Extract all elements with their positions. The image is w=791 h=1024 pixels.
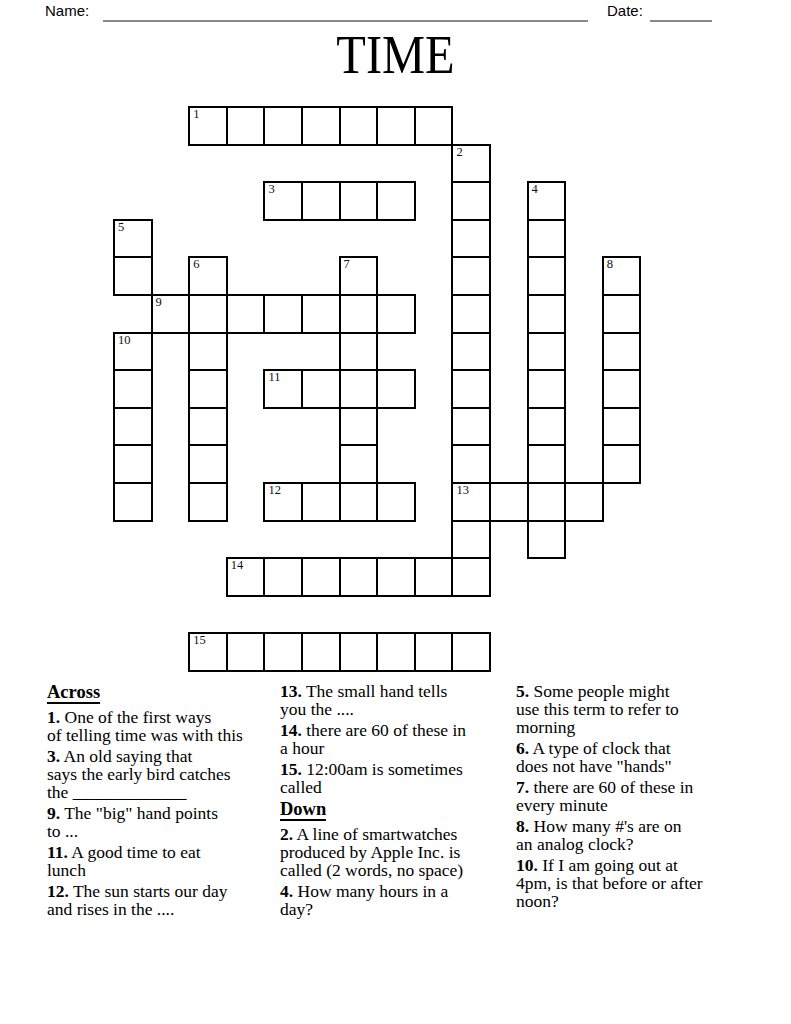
grid-cell-r10c11[interactable]	[527, 482, 567, 522]
grid-cell-r7c13[interactable]	[602, 369, 642, 409]
grid-cell-r7c6[interactable]	[339, 369, 379, 409]
grid-cell-r0c4[interactable]	[263, 106, 303, 146]
grid-cell-r2c4[interactable]: 3	[263, 181, 303, 221]
grid-cell-r12c9[interactable]	[451, 557, 491, 597]
grid-cell-r7c11[interactable]	[527, 369, 567, 409]
clue-4: 4. How many hours in aday?	[280, 882, 502, 918]
grid-cell-r1c9[interactable]: 2	[451, 144, 491, 184]
clue-6: 6. A type of clock thatdoes not have "ha…	[516, 739, 738, 775]
cell-number-5: 5	[118, 221, 124, 234]
cell-number-8: 8	[607, 258, 613, 271]
clues-heading-text: Across	[47, 682, 100, 704]
clue-number: 10.	[516, 855, 538, 875]
clues-heading-text: Down	[280, 799, 326, 821]
grid-cell-r8c13[interactable]	[602, 407, 642, 447]
clue-number: 12.	[47, 881, 69, 901]
grid-cell-r6c13[interactable]	[602, 332, 642, 372]
clue-number: 4.	[280, 881, 293, 901]
clue-13: 13. The small hand tellsyou the ....	[280, 682, 502, 718]
clue-7: 7. there are 60 of these inevery minute	[516, 778, 738, 814]
crossword-grid: 123456789101112131415	[113, 106, 642, 672]
worksheet-page: Name: Date: TIME 123456789101112131415 A…	[0, 0, 791, 1024]
grid-cell-r14c9[interactable]	[451, 632, 491, 672]
grid-cell-r8c2[interactable]	[188, 407, 228, 447]
grid-cell-r6c6[interactable]	[339, 332, 379, 372]
grid-cell-r10c2[interactable]	[188, 482, 228, 522]
grid-cell-r14c4[interactable]	[263, 632, 303, 672]
grid-cell-r9c2[interactable]	[188, 444, 228, 484]
grid-cell-r7c7[interactable]	[376, 369, 416, 409]
cell-number-4: 4	[532, 183, 538, 196]
grid-cell-r8c11[interactable]	[527, 407, 567, 447]
cell-number-12: 12	[268, 484, 281, 497]
clue-10: 10. If I am going out at4pm, is that bef…	[516, 856, 738, 910]
clue-8: 8. How many #'s are onan analog clock?	[516, 817, 738, 853]
grid-cell-r0c3[interactable]	[226, 106, 266, 146]
cell-number-14: 14	[231, 559, 244, 572]
grid-cell-r3c0[interactable]: 5	[113, 219, 153, 259]
date-blank-line[interactable]	[650, 0, 712, 22]
grid-cell-r9c11[interactable]	[527, 444, 567, 484]
grid-cell-r10c12[interactable]	[564, 482, 604, 522]
grid-cell-r5c11[interactable]	[527, 294, 567, 334]
grid-cell-r8c0[interactable]	[113, 407, 153, 447]
grid-cell-r5c13[interactable]	[602, 294, 642, 334]
grid-cell-r11c9[interactable]	[451, 520, 491, 560]
clue-5: 5. Some people mightuse this term to ref…	[516, 682, 738, 736]
grid-cell-r6c11[interactable]	[527, 332, 567, 372]
grid-cell-r6c2[interactable]	[188, 332, 228, 372]
grid-cell-r4c11[interactable]	[527, 256, 567, 296]
clue-number: 15.	[280, 759, 302, 779]
grid-cell-r5c3[interactable]	[226, 294, 266, 334]
clue-number: 11.	[47, 842, 68, 862]
grid-cell-r3c11[interactable]	[527, 219, 567, 259]
grid-cell-r7c9[interactable]	[451, 369, 491, 409]
grid-cell-r14c8[interactable]	[414, 632, 454, 672]
grid-cell-r7c4[interactable]: 11	[263, 369, 303, 409]
clue-11: 11. A good time to eatlunch	[47, 843, 279, 879]
grid-cell-r5c6[interactable]	[339, 294, 379, 334]
page-title: TIME	[47, 26, 743, 84]
grid-cell-r3c9[interactable]	[451, 219, 491, 259]
grid-cell-r10c6[interactable]	[339, 482, 379, 522]
grid-cell-r9c9[interactable]	[451, 444, 491, 484]
grid-cell-r10c10[interactable]	[489, 482, 529, 522]
clues-column-3: 5. Some people mightuse this term to ref…	[516, 682, 738, 913]
clue-9: 9. The "big" hand pointsto ...	[47, 804, 279, 840]
grid-cell-r14c7[interactable]	[376, 632, 416, 672]
grid-cell-r5c7[interactable]	[376, 294, 416, 334]
grid-cell-r10c9[interactable]: 13	[451, 482, 491, 522]
grid-cell-r7c0[interactable]	[113, 369, 153, 409]
grid-cell-r12c3[interactable]: 14	[226, 557, 266, 597]
grid-cell-r2c7[interactable]	[376, 181, 416, 221]
grid-cell-r5c9[interactable]	[451, 294, 491, 334]
grid-cell-r10c4[interactable]: 12	[263, 482, 303, 522]
grid-cell-r11c11[interactable]	[527, 520, 567, 560]
grid-cell-r9c0[interactable]	[113, 444, 153, 484]
grid-cell-r10c7[interactable]	[376, 482, 416, 522]
clue-number: 3.	[47, 746, 60, 766]
grid-cell-r0c8[interactable]	[414, 106, 454, 146]
grid-cell-r0c5[interactable]	[301, 106, 341, 146]
grid-cell-r0c7[interactable]	[376, 106, 416, 146]
grid-cell-r10c5[interactable]	[301, 482, 341, 522]
grid-cell-r7c2[interactable]	[188, 369, 228, 409]
grid-cell-r14c6[interactable]	[339, 632, 379, 672]
cell-number-13: 13	[456, 484, 469, 497]
clue-number: 14.	[280, 720, 302, 740]
grid-cell-r12c7[interactable]	[376, 557, 416, 597]
grid-cell-r4c9[interactable]	[451, 256, 491, 296]
grid-cell-r5c1[interactable]: 9	[151, 294, 191, 334]
cell-number-9: 9	[156, 296, 162, 309]
cell-number-11: 11	[268, 371, 280, 384]
clues-heading-across: Across	[47, 682, 279, 704]
grid-cell-r2c5[interactable]	[301, 181, 341, 221]
clues-heading-down: Down	[280, 799, 502, 821]
grid-cell-r4c6[interactable]: 7	[339, 256, 379, 296]
grid-cell-r4c2[interactable]: 6	[188, 256, 228, 296]
clue-1: 1. One of the first waysof telling time …	[47, 708, 279, 744]
cell-number-10: 10	[118, 334, 131, 347]
name-label: Name:	[45, 3, 89, 19]
grid-cell-r4c0[interactable]	[113, 256, 153, 296]
name-blank-line[interactable]	[103, 0, 588, 22]
grid-cell-r2c9[interactable]	[451, 181, 491, 221]
clue-number: 8.	[516, 816, 529, 836]
cell-number-6: 6	[193, 258, 199, 271]
grid-cell-r0c2[interactable]: 1	[188, 106, 228, 146]
cell-number-3: 3	[268, 183, 274, 196]
cell-number-7: 7	[344, 258, 350, 271]
grid-cell-r12c6[interactable]	[339, 557, 379, 597]
grid-cell-r5c5[interactable]	[301, 294, 341, 334]
grid-cell-r2c11[interactable]: 4	[527, 181, 567, 221]
cell-number-15: 15	[193, 634, 206, 647]
grid-cell-r8c9[interactable]	[451, 407, 491, 447]
clues-column-2: 13. The small hand tellsyou the ....14. …	[280, 682, 502, 921]
clue-3: 3. An old saying thatsays the early bird…	[47, 747, 279, 801]
clues-column-1: Across1. One of the first waysof telling…	[47, 682, 279, 921]
grid-cell-r2c6[interactable]	[339, 181, 379, 221]
grid-cell-r8c6[interactable]	[339, 407, 379, 447]
clue-number: 9.	[47, 803, 60, 823]
grid-cell-r10c0[interactable]	[113, 482, 153, 522]
grid-cell-r5c4[interactable]	[263, 294, 303, 334]
cell-number-1: 1	[193, 108, 199, 121]
clue-number: 2.	[280, 824, 293, 844]
clue-15: 15. 12:00am is sometimescalled	[280, 760, 502, 796]
grid-cell-r12c4[interactable]	[263, 557, 303, 597]
grid-cell-r14c5[interactable]	[301, 632, 341, 672]
date-label: Date:	[607, 3, 643, 19]
grid-cell-r9c13[interactable]	[602, 444, 642, 484]
grid-cell-r5c2[interactable]	[188, 294, 228, 334]
clue-number: 13.	[280, 681, 302, 701]
grid-cell-r9c6[interactable]	[339, 444, 379, 484]
grid-cell-r4c13[interactable]: 8	[602, 256, 642, 296]
clue-2: 2. A line of smartwatchesproduced by App…	[280, 825, 502, 879]
cell-number-2: 2	[456, 146, 462, 159]
grid-cell-r6c9[interactable]	[451, 332, 491, 372]
grid-cell-r14c2[interactable]: 15	[188, 632, 228, 672]
clue-12: 12. The sun starts our dayand rises in t…	[47, 882, 279, 918]
grid-cell-r14c3[interactable]	[226, 632, 266, 672]
clue-14: 14. there are 60 of these ina hour	[280, 721, 502, 757]
grid-cell-r12c8[interactable]	[414, 557, 454, 597]
grid-cell-r7c5[interactable]	[301, 369, 341, 409]
grid-cell-r6c0[interactable]: 10	[113, 332, 153, 372]
clue-number: 5.	[516, 681, 529, 701]
clue-number: 6.	[516, 738, 529, 758]
grid-cell-r12c5[interactable]	[301, 557, 341, 597]
grid-cell-r0c6[interactable]	[339, 106, 379, 146]
clue-number: 7.	[516, 777, 529, 797]
clue-number: 1.	[47, 707, 60, 727]
